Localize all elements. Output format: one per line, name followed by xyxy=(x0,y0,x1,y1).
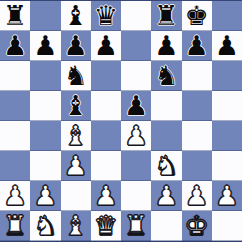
square-b4[interactable] xyxy=(30,121,60,151)
square-c4[interactable]: ♝ xyxy=(61,121,91,151)
white-pawn-piece[interactable]: ♟ xyxy=(3,182,27,209)
square-g2[interactable]: ♟ xyxy=(182,181,212,211)
square-g8[interactable]: ♚ xyxy=(182,1,212,31)
square-h2[interactable]: ♟ xyxy=(212,181,242,211)
square-d1[interactable]: ♛ xyxy=(91,211,121,241)
black-bishop-piece[interactable]: ♝ xyxy=(64,92,88,119)
square-h6[interactable] xyxy=(212,61,242,91)
square-c7[interactable]: ♟ xyxy=(61,31,91,61)
square-g5[interactable] xyxy=(182,91,212,121)
square-e8[interactable] xyxy=(121,1,151,31)
square-c6[interactable]: ♞ xyxy=(61,61,91,91)
square-h8[interactable] xyxy=(212,1,242,31)
square-f2[interactable]: ♟ xyxy=(151,181,181,211)
square-d2[interactable]: ♟ xyxy=(91,181,121,211)
square-f8[interactable]: ♜ xyxy=(151,1,181,31)
white-knight-piece[interactable]: ♞ xyxy=(33,212,57,239)
square-a7[interactable]: ♟ xyxy=(0,31,30,61)
square-f4[interactable] xyxy=(151,121,181,151)
square-h5[interactable] xyxy=(212,91,242,121)
square-f7[interactable]: ♟ xyxy=(151,31,181,61)
black-bishop-piece[interactable]: ♝ xyxy=(64,2,88,29)
white-king-piece[interactable]: ♚ xyxy=(185,212,209,239)
square-b6[interactable] xyxy=(30,61,60,91)
square-d6[interactable] xyxy=(91,61,121,91)
square-a4[interactable] xyxy=(0,121,30,151)
black-pawn-piece[interactable]: ♟ xyxy=(3,32,27,59)
square-h4[interactable] xyxy=(212,121,242,151)
white-pawn-piece[interactable]: ♟ xyxy=(154,182,178,209)
square-d5[interactable] xyxy=(91,91,121,121)
black-king-piece[interactable]: ♚ xyxy=(185,2,209,29)
square-a1[interactable]: ♜ xyxy=(0,211,30,241)
square-d7[interactable]: ♟ xyxy=(91,31,121,61)
black-pawn-piece[interactable]: ♟ xyxy=(185,32,209,59)
black-pawn-piece[interactable]: ♟ xyxy=(33,32,57,59)
square-b5[interactable] xyxy=(30,91,60,121)
square-d3[interactable] xyxy=(91,151,121,181)
square-a5[interactable] xyxy=(0,91,30,121)
square-d4[interactable] xyxy=(91,121,121,151)
square-b3[interactable] xyxy=(30,151,60,181)
black-pawn-piece[interactable]: ♟ xyxy=(215,32,239,59)
black-pawn-piece[interactable]: ♟ xyxy=(154,32,178,59)
square-e6[interactable] xyxy=(121,61,151,91)
square-h1[interactable] xyxy=(212,211,242,241)
square-b1[interactable]: ♞ xyxy=(30,211,60,241)
square-h3[interactable] xyxy=(212,151,242,181)
square-b8[interactable] xyxy=(30,1,60,31)
square-a6[interactable] xyxy=(0,61,30,91)
square-c3[interactable]: ♟ xyxy=(61,151,91,181)
white-bishop-piece[interactable]: ♝ xyxy=(64,122,88,149)
white-bishop-piece[interactable]: ♝ xyxy=(64,212,88,239)
square-f5[interactable] xyxy=(151,91,181,121)
white-pawn-piece[interactable]: ♟ xyxy=(124,122,148,149)
white-knight-piece[interactable]: ♞ xyxy=(154,152,178,179)
square-h7[interactable]: ♟ xyxy=(212,31,242,61)
square-g1[interactable]: ♚ xyxy=(182,211,212,241)
square-e7[interactable] xyxy=(121,31,151,61)
black-rook-piece[interactable]: ♜ xyxy=(154,2,178,29)
white-pawn-piece[interactable]: ♟ xyxy=(185,182,209,209)
white-pawn-piece[interactable]: ♟ xyxy=(215,182,239,209)
black-queen-piece[interactable]: ♛ xyxy=(94,2,118,29)
square-f6[interactable]: ♞ xyxy=(151,61,181,91)
square-a8[interactable]: ♜ xyxy=(0,1,30,31)
square-g3[interactable] xyxy=(182,151,212,181)
square-b2[interactable]: ♟ xyxy=(30,181,60,211)
square-e1[interactable]: ♜ xyxy=(121,211,151,241)
square-e4[interactable]: ♟ xyxy=(121,121,151,151)
square-g4[interactable] xyxy=(182,121,212,151)
black-rook-piece[interactable]: ♜ xyxy=(3,2,27,29)
white-pawn-piece[interactable]: ♟ xyxy=(33,182,57,209)
white-queen-piece[interactable]: ♛ xyxy=(94,212,118,239)
square-g6[interactable] xyxy=(182,61,212,91)
square-c1[interactable]: ♝ xyxy=(61,211,91,241)
square-c8[interactable]: ♝ xyxy=(61,1,91,31)
square-c2[interactable] xyxy=(61,181,91,211)
black-pawn-piece[interactable]: ♟ xyxy=(124,92,148,119)
square-g7[interactable]: ♟ xyxy=(182,31,212,61)
black-pawn-piece[interactable]: ♟ xyxy=(94,32,118,59)
square-b7[interactable]: ♟ xyxy=(30,31,60,61)
chess-board: ♜♝♛♜♚♟♟♟♟♟♟♟♞♞♝♟♝♟♟♞♟♟♟♟♟♟♜♞♝♛♜♚ xyxy=(0,0,242,242)
square-f1[interactable] xyxy=(151,211,181,241)
black-knight-piece[interactable]: ♞ xyxy=(64,62,88,89)
square-d8[interactable]: ♛ xyxy=(91,1,121,31)
square-c5[interactable]: ♝ xyxy=(61,91,91,121)
black-knight-piece[interactable]: ♞ xyxy=(154,62,178,89)
white-pawn-piece[interactable]: ♟ xyxy=(64,152,88,179)
white-rook-piece[interactable]: ♜ xyxy=(124,212,148,239)
square-e3[interactable] xyxy=(121,151,151,181)
square-e2[interactable] xyxy=(121,181,151,211)
square-a2[interactable]: ♟ xyxy=(0,181,30,211)
white-pawn-piece[interactable]: ♟ xyxy=(94,182,118,209)
square-a3[interactable] xyxy=(0,151,30,181)
white-rook-piece[interactable]: ♜ xyxy=(3,212,27,239)
square-e5[interactable]: ♟ xyxy=(121,91,151,121)
square-f3[interactable]: ♞ xyxy=(151,151,181,181)
black-pawn-piece[interactable]: ♟ xyxy=(64,32,88,59)
